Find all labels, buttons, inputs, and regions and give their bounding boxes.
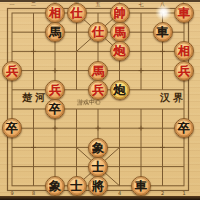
black-piece-士[interactable]: 士	[67, 176, 87, 196]
red-piece-炮[interactable]: 炮	[110, 41, 130, 61]
red-piece-馬[interactable]: 馬	[110, 22, 130, 42]
black-piece-炮[interactable]: 炮	[110, 80, 130, 100]
red-piece-帥[interactable]: 帥	[110, 3, 130, 23]
red-piece-馬[interactable]: 馬	[88, 61, 108, 81]
black-piece-象[interactable]: 象	[45, 176, 65, 196]
black-piece-卒[interactable]: 卒	[45, 99, 65, 119]
xiangqi-board-screenshot: 一二三四五六七八九 987654321 楚河 汉界 游戏中心 相仕帥車馬仕馬車炮…	[0, 0, 200, 200]
red-piece-兵[interactable]: 兵	[174, 61, 194, 81]
black-piece-卒[interactable]: 卒	[2, 118, 22, 138]
black-piece-卒[interactable]: 卒	[174, 118, 194, 138]
black-piece-象[interactable]: 象	[88, 138, 108, 158]
red-piece-兵[interactable]: 兵	[45, 80, 65, 100]
black-piece-士[interactable]: 士	[88, 157, 108, 177]
black-piece-車[interactable]: 車	[131, 176, 151, 196]
black-piece-將[interactable]: 將	[88, 176, 108, 196]
red-piece-相[interactable]: 相	[174, 41, 194, 61]
black-piece-車[interactable]: 車	[153, 22, 173, 42]
red-piece-兵[interactable]: 兵	[2, 61, 22, 81]
red-piece-相[interactable]: 相	[45, 3, 65, 23]
red-piece-兵[interactable]: 兵	[88, 80, 108, 100]
black-piece-馬[interactable]: 馬	[45, 22, 65, 42]
bottom-edge-shadow	[0, 196, 200, 200]
red-piece-仕[interactable]: 仕	[88, 22, 108, 42]
pieces-grid: 相仕帥車馬仕馬車炮相兵馬兵兵兵炮卒卒卒象士象士將車	[1, 3, 195, 195]
red-piece-車[interactable]: 車	[174, 3, 194, 23]
red-piece-仕[interactable]: 仕	[67, 3, 87, 23]
